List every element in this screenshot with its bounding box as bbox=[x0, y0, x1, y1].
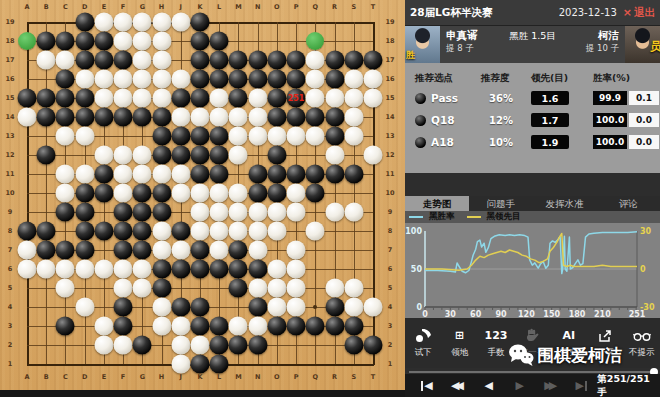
black-stone bbox=[267, 184, 286, 203]
black-stone bbox=[190, 127, 209, 146]
black-stone bbox=[306, 108, 325, 127]
coordinate-label: 15 bbox=[5, 94, 14, 102]
white-stone bbox=[210, 241, 229, 260]
svg-text:210: 210 bbox=[594, 310, 611, 318]
white-stone bbox=[287, 184, 306, 203]
white-stone bbox=[133, 89, 152, 108]
black-stone bbox=[344, 165, 363, 184]
black-stone bbox=[210, 146, 229, 165]
coordinate-label: F bbox=[121, 3, 125, 11]
match-header: 28届LG杯半决赛 2023-12-13 × 退出 bbox=[405, 0, 660, 26]
coordinate-label: E bbox=[102, 3, 106, 11]
coordinate-label: S bbox=[351, 373, 356, 381]
black-stone bbox=[287, 317, 306, 336]
coordinate-label: 5 bbox=[8, 284, 13, 292]
trend-chart: 100500300-300306090120150180210251 bbox=[405, 223, 660, 318]
white-stone bbox=[248, 89, 267, 108]
black-stone bbox=[133, 222, 152, 241]
white-stone bbox=[210, 184, 229, 203]
white-stone bbox=[18, 108, 37, 127]
white-stone bbox=[133, 70, 152, 89]
white-stone bbox=[171, 336, 190, 355]
white-stone bbox=[267, 222, 286, 241]
board-bottom-strip bbox=[0, 390, 405, 397]
white-stone bbox=[267, 260, 286, 279]
exit-button[interactable]: 退出 bbox=[634, 6, 655, 20]
white-stone bbox=[344, 70, 363, 89]
legend-dash bbox=[467, 216, 481, 218]
watermark-text: 围棋爱柯洁 bbox=[537, 344, 622, 367]
white-stone bbox=[229, 317, 248, 336]
white-stone bbox=[248, 203, 267, 222]
white-stone bbox=[248, 108, 267, 127]
black-stone bbox=[210, 317, 229, 336]
coordinate-label: 11 bbox=[385, 170, 394, 178]
tab-发挥水准[interactable]: 发挥水准 bbox=[533, 196, 597, 211]
coordinate-label: J bbox=[180, 3, 182, 11]
white-stone bbox=[152, 317, 171, 336]
coordinate-label: S bbox=[351, 3, 356, 11]
white-stone bbox=[210, 108, 229, 127]
black-stone bbox=[306, 165, 325, 184]
white-stone bbox=[133, 279, 152, 298]
moves-count-icon: 123 bbox=[485, 328, 508, 344]
white-stone bbox=[344, 127, 363, 146]
black-stone bbox=[248, 165, 267, 184]
black-stone bbox=[152, 260, 171, 279]
coordinate-label: 19 bbox=[5, 18, 14, 26]
toolbar-button-label: 领地 bbox=[451, 347, 468, 359]
step-backward-button[interactable]: ◀ bbox=[473, 379, 504, 392]
coordinate-label: G bbox=[140, 3, 145, 11]
black-stone bbox=[210, 127, 229, 146]
black-stone bbox=[75, 184, 94, 203]
black-stone bbox=[37, 241, 56, 260]
white-stone bbox=[229, 146, 248, 165]
black-stone bbox=[190, 241, 209, 260]
column-header: 推荐度 bbox=[481, 72, 531, 85]
black-stone bbox=[267, 70, 286, 89]
coordinate-label: 16 bbox=[5, 75, 14, 83]
white-stone bbox=[306, 70, 325, 89]
coordinate-label: 10 bbox=[5, 189, 14, 197]
white-stone bbox=[210, 203, 229, 222]
white-stone bbox=[114, 279, 133, 298]
coordinate-label: 4 bbox=[388, 303, 393, 311]
black-stone bbox=[75, 32, 94, 51]
white-stone bbox=[75, 127, 94, 146]
move-label: A18 bbox=[431, 136, 454, 148]
black-stone bbox=[190, 317, 209, 336]
coordinate-label: 12 bbox=[385, 151, 394, 159]
white-stone bbox=[171, 108, 190, 127]
move-cell: Pass bbox=[409, 92, 481, 104]
black-stone bbox=[114, 51, 133, 70]
black-stone bbox=[267, 317, 286, 336]
black-stone bbox=[229, 89, 248, 108]
recommendation-row[interactable]: Pass36%1.699.90.1 bbox=[409, 87, 656, 109]
white-stone bbox=[114, 260, 133, 279]
white-stone bbox=[152, 70, 171, 89]
black-stone bbox=[94, 222, 113, 241]
black-stone bbox=[152, 184, 171, 203]
black-stone bbox=[287, 70, 306, 89]
winrate-cell: 100.00.0 bbox=[593, 135, 660, 149]
coordinate-label: H bbox=[159, 373, 164, 381]
white-stone bbox=[287, 241, 306, 260]
black-stone bbox=[152, 146, 171, 165]
glasses-icon bbox=[633, 328, 651, 344]
black-stone bbox=[210, 336, 229, 355]
white-stone bbox=[306, 222, 325, 241]
toolbar-button-label: 手数 bbox=[488, 347, 505, 359]
white-stone bbox=[94, 146, 113, 165]
black-stone bbox=[190, 51, 209, 70]
black-stone bbox=[171, 89, 190, 108]
white-stone bbox=[114, 184, 133, 203]
black-stone bbox=[325, 108, 344, 127]
close-icon[interactable]: × bbox=[623, 6, 632, 19]
coordinate-label: 3 bbox=[8, 322, 13, 330]
black-stone bbox=[344, 51, 363, 70]
column-header: 领先(目) bbox=[531, 72, 593, 85]
black-stone bbox=[287, 165, 306, 184]
toolbar-button-label: 试下 bbox=[415, 347, 432, 359]
jump-to-start-button[interactable]: ◀ bbox=[411, 379, 442, 392]
white-winrate-value: 0.0 bbox=[629, 135, 659, 149]
white-stone bbox=[114, 336, 133, 355]
white-stone bbox=[363, 298, 382, 317]
black-stone bbox=[248, 298, 267, 317]
black-stone bbox=[114, 298, 133, 317]
white-stone bbox=[363, 70, 382, 89]
recommended-point-marker bbox=[306, 32, 324, 50]
white-stone bbox=[133, 146, 152, 165]
white-stone bbox=[248, 241, 267, 260]
white-stone bbox=[171, 184, 190, 203]
black-stone bbox=[37, 108, 56, 127]
white-stone bbox=[344, 298, 363, 317]
toolbar-button-不提示[interactable]: 不提示 bbox=[625, 328, 659, 359]
white-stone bbox=[133, 13, 152, 32]
svg-text:120: 120 bbox=[518, 310, 535, 318]
black-stone bbox=[133, 241, 152, 260]
pass-hand-icon bbox=[525, 328, 539, 344]
white-stone bbox=[152, 32, 171, 51]
black-stone bbox=[75, 13, 94, 32]
white-stone bbox=[190, 336, 209, 355]
coordinate-label: 19 bbox=[385, 18, 394, 26]
black-stone bbox=[210, 355, 229, 374]
black-stone bbox=[210, 260, 229, 279]
white-stone bbox=[363, 146, 382, 165]
black-stone bbox=[114, 203, 133, 222]
svg-text:180: 180 bbox=[569, 310, 586, 318]
recommend-rate: 10% bbox=[481, 137, 531, 148]
white-stone bbox=[267, 279, 286, 298]
move-label: Pass bbox=[431, 92, 458, 104]
recommendation-row[interactable]: A1810%1.9100.00.0 bbox=[409, 131, 656, 153]
black-stone bbox=[56, 317, 75, 336]
white-stone bbox=[267, 203, 286, 222]
black-stone bbox=[133, 184, 152, 203]
black-stone bbox=[75, 51, 94, 70]
black-stone bbox=[190, 13, 209, 32]
coordinate-label: 10 bbox=[385, 189, 394, 197]
wechat-icon bbox=[508, 343, 534, 367]
black-stone bbox=[210, 51, 229, 70]
black-stone bbox=[171, 298, 190, 317]
white-stone bbox=[94, 89, 113, 108]
black-stone bbox=[210, 165, 229, 184]
coordinate-label: A bbox=[24, 373, 29, 381]
white-stone bbox=[152, 241, 171, 260]
white-stone bbox=[171, 355, 190, 374]
black-stone bbox=[267, 51, 286, 70]
white-stone bbox=[56, 260, 75, 279]
coordinate-label: 12 bbox=[5, 151, 14, 159]
coordinate-label: N bbox=[255, 373, 260, 381]
winrate-cell: 99.90.1 bbox=[593, 91, 660, 105]
black-stone: 251 bbox=[287, 89, 306, 108]
black-stone bbox=[171, 146, 190, 165]
tab-走势图[interactable]: 走势图 bbox=[405, 196, 469, 211]
black-stone bbox=[133, 203, 152, 222]
coordinate-label: 9 bbox=[8, 208, 13, 216]
black-stone bbox=[152, 279, 171, 298]
coordinate-label: 2 bbox=[388, 341, 393, 349]
svg-text:0: 0 bbox=[422, 310, 428, 318]
tab-bar: 走势图问题手发挥水准评论 bbox=[405, 196, 660, 211]
lead-value: 1.7 bbox=[531, 113, 569, 127]
coordinate-label: 18 bbox=[5, 37, 14, 45]
coordinate-label: 13 bbox=[5, 132, 14, 140]
black-stone bbox=[325, 70, 344, 89]
grid-line bbox=[27, 288, 374, 289]
black-stone bbox=[190, 32, 209, 51]
white-stone bbox=[37, 260, 56, 279]
black-stone bbox=[190, 70, 209, 89]
black-stone bbox=[229, 70, 248, 89]
black-stone bbox=[248, 336, 267, 355]
black-stone bbox=[56, 32, 75, 51]
black-stone bbox=[75, 203, 94, 222]
move-cell: Q18 bbox=[409, 114, 481, 126]
coordinate-label: L bbox=[217, 3, 221, 11]
white-stone bbox=[75, 260, 94, 279]
recommend-rate: 12% bbox=[481, 115, 531, 126]
toolbar-button-label: 不提示 bbox=[629, 347, 655, 359]
black-stone bbox=[114, 241, 133, 260]
white-stone bbox=[75, 298, 94, 317]
black-stone bbox=[114, 317, 133, 336]
black-stone bbox=[229, 279, 248, 298]
black-stone bbox=[56, 108, 75, 127]
coordinate-label: M bbox=[235, 3, 241, 11]
black-stone bbox=[94, 32, 113, 51]
white-stone bbox=[344, 108, 363, 127]
black-stone bbox=[190, 260, 209, 279]
black-stone bbox=[94, 51, 113, 70]
coordinate-label: O bbox=[274, 373, 280, 381]
black-stone bbox=[267, 146, 286, 165]
black-stone-icon bbox=[415, 137, 426, 148]
black-stone bbox=[325, 127, 344, 146]
white-stone bbox=[133, 51, 152, 70]
black-stone bbox=[75, 241, 94, 260]
white-stone bbox=[190, 222, 209, 241]
white-stone bbox=[248, 222, 267, 241]
legend-dash bbox=[409, 216, 423, 218]
black-stone bbox=[190, 89, 209, 108]
black-stone bbox=[133, 108, 152, 127]
coordinate-label: L bbox=[217, 373, 221, 381]
svg-text:251: 251 bbox=[629, 310, 646, 318]
coordinate-label: 14 bbox=[385, 113, 394, 121]
black-stone bbox=[229, 260, 248, 279]
white-stone bbox=[114, 146, 133, 165]
white-stone bbox=[229, 108, 248, 127]
table-header-row: 推荐选点推荐度领先(目)胜率(%) bbox=[409, 69, 656, 87]
black-stone bbox=[152, 127, 171, 146]
svg-text:60: 60 bbox=[470, 310, 482, 318]
coordinate-label: C bbox=[63, 3, 68, 11]
toolbar-button-试下[interactable]: 试下 bbox=[406, 328, 440, 359]
winrate-cell: 100.00.0 bbox=[593, 113, 660, 127]
black-stone bbox=[344, 336, 363, 355]
white-stone bbox=[75, 70, 94, 89]
white-stone bbox=[94, 260, 113, 279]
black-stone bbox=[56, 89, 75, 108]
black-stone bbox=[267, 108, 286, 127]
white-stone bbox=[94, 13, 113, 32]
white-stone bbox=[114, 165, 133, 184]
white-stone bbox=[248, 279, 267, 298]
recommendation-row[interactable]: Q1812%1.7100.00.0 bbox=[409, 109, 656, 131]
white-stone bbox=[94, 70, 113, 89]
coordinate-label: D bbox=[82, 373, 87, 381]
winner-badge: 胜 bbox=[406, 49, 415, 62]
watermark: 围棋爱柯洁 bbox=[508, 343, 622, 367]
black-stone bbox=[325, 165, 344, 184]
black-stone bbox=[171, 222, 190, 241]
coordinate-label: 18 bbox=[385, 37, 394, 45]
svg-text:0: 0 bbox=[640, 265, 646, 274]
white-winrate-value: 0.1 bbox=[629, 91, 659, 105]
match-date: 2023-12-13 bbox=[559, 7, 617, 18]
tab-问题手[interactable]: 问题手 bbox=[469, 196, 533, 211]
playback-bar: ◀◀◀◀▶▶▶▶第251/251手 bbox=[405, 374, 660, 397]
black-stone bbox=[114, 222, 133, 241]
coordinate-label: F bbox=[121, 373, 125, 381]
coordinate-label: P bbox=[294, 373, 299, 381]
black-stone bbox=[37, 32, 56, 51]
column-header: 推荐选点 bbox=[409, 72, 481, 85]
white-stone bbox=[229, 203, 248, 222]
black-stone bbox=[133, 336, 152, 355]
coordinate-label: K bbox=[197, 3, 202, 11]
coordinate-label: 8 bbox=[8, 227, 13, 235]
coordinate-label: 7 bbox=[388, 246, 393, 254]
coordinate-label: K bbox=[197, 373, 202, 381]
white-stone bbox=[56, 51, 75, 70]
move-cell: A18 bbox=[409, 136, 481, 148]
coordinate-label: A bbox=[24, 3, 29, 11]
black-stone bbox=[152, 108, 171, 127]
black-stone bbox=[248, 70, 267, 89]
share-icon bbox=[598, 328, 612, 344]
black-stone bbox=[190, 165, 209, 184]
fast-backward-button[interactable]: ◀◀ bbox=[442, 379, 473, 392]
lead-value: 1.6 bbox=[531, 91, 569, 105]
white-stone bbox=[56, 184, 75, 203]
black-stone bbox=[190, 146, 209, 165]
white-stone bbox=[325, 279, 344, 298]
legend-label: 黑胜率 bbox=[429, 211, 455, 223]
white-stone bbox=[287, 279, 306, 298]
coordinate-label: 8 bbox=[388, 227, 393, 235]
white-stone bbox=[133, 165, 152, 184]
coordinate-label: 17 bbox=[385, 56, 394, 64]
white-stone bbox=[229, 222, 248, 241]
white-stone bbox=[344, 203, 363, 222]
coordinate-label: O bbox=[274, 3, 280, 11]
recommendation-table: 推荐选点推荐度领先(目)胜率(%)Pass36%1.699.90.1Q1812%… bbox=[405, 63, 660, 173]
black-stone bbox=[306, 184, 325, 203]
coordinate-label: 1 bbox=[388, 360, 393, 368]
black-stone bbox=[287, 51, 306, 70]
white-stone bbox=[171, 317, 190, 336]
black-stone bbox=[37, 89, 56, 108]
toolbar-button-领地[interactable]: ⊞领地 bbox=[443, 328, 477, 359]
white-stone bbox=[152, 298, 171, 317]
black-stone bbox=[267, 165, 286, 184]
white-stone bbox=[306, 127, 325, 146]
black-stone bbox=[37, 146, 56, 165]
players-bar: 胜 员 申真谞 提 8 子 柯洁 提 10 子 黑胜 1.5目 99.9% bbox=[405, 26, 660, 63]
coordinate-label: J bbox=[180, 373, 182, 381]
black-stone bbox=[56, 70, 75, 89]
black-stone bbox=[363, 336, 382, 355]
white-stone bbox=[248, 127, 267, 146]
black-stone bbox=[248, 260, 267, 279]
coordinate-label: 7 bbox=[8, 246, 13, 254]
white-stone bbox=[18, 241, 37, 260]
coordinate-label: N bbox=[255, 3, 260, 11]
white-stone bbox=[133, 260, 152, 279]
white-stone bbox=[325, 203, 344, 222]
white-stone bbox=[171, 13, 190, 32]
white-stone bbox=[171, 70, 190, 89]
white-stone bbox=[344, 279, 363, 298]
go-board[interactable]: AABBCCDDEEFFGGHHJJKKLLMMNNOOPPQQRRSSTT19… bbox=[0, 0, 405, 390]
black-winrate-value: 99.9 bbox=[593, 91, 627, 105]
tab-评论[interactable]: 评论 bbox=[596, 196, 660, 211]
black-stone bbox=[325, 51, 344, 70]
svg-text:30: 30 bbox=[445, 310, 457, 318]
coordinate-label: Q bbox=[313, 373, 319, 381]
white-stone bbox=[56, 165, 75, 184]
black-stone bbox=[94, 165, 113, 184]
black-stone bbox=[210, 32, 229, 51]
white-winrate-value: 0.0 bbox=[629, 113, 659, 127]
white-stone bbox=[267, 127, 286, 146]
white-stone bbox=[306, 51, 325, 70]
black-stone-icon bbox=[415, 115, 426, 126]
white-stone bbox=[190, 108, 209, 127]
black-stone bbox=[18, 89, 37, 108]
result-text: 黑胜 1.5目 bbox=[405, 30, 660, 43]
